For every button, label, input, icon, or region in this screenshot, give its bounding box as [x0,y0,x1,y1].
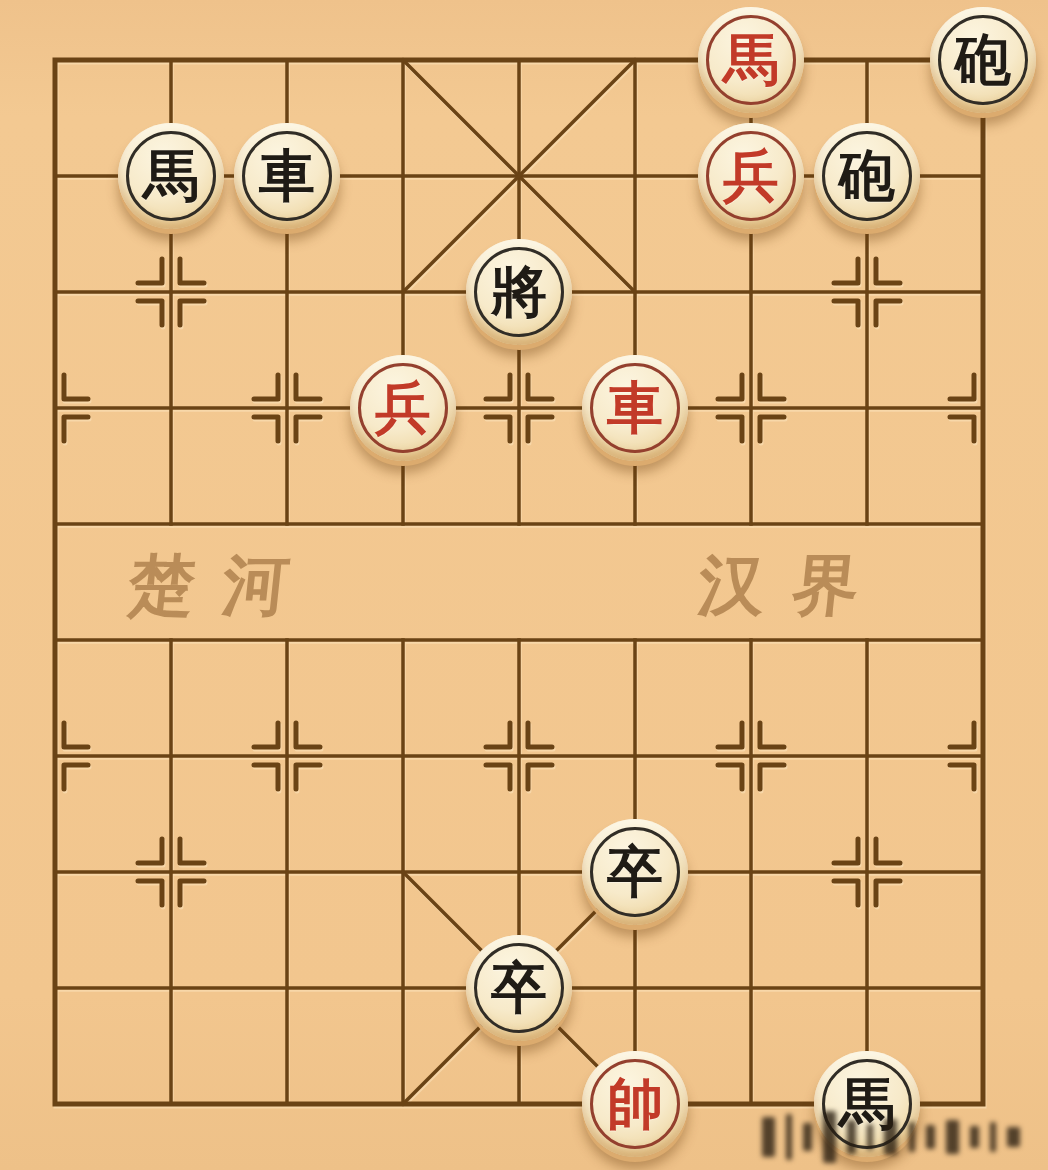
piece-character: 車 [607,380,663,436]
piece-ring: 砲 [822,131,912,221]
piece-black-horse[interactable]: 馬 [118,123,224,229]
piece-ring: 兵 [358,363,448,453]
piece-red-chariot[interactable]: 車 [582,355,688,461]
piece-ring: 卒 [590,827,680,917]
piece-black-chariot[interactable]: 車 [234,123,340,229]
piece-character: 卒 [607,844,663,900]
piece-black-cannon[interactable]: 砲 [930,7,1036,113]
piece-character: 馬 [143,148,199,204]
piece-red-horse[interactable]: 馬 [698,7,804,113]
piece-ring: 砲 [938,15,1028,105]
piece-black-cannon[interactable]: 砲 [814,123,920,229]
pieces-layer: 馬砲馬車兵砲將兵車卒卒帥馬 [0,2,1041,1162]
piece-ring: 馬 [822,1059,912,1149]
piece-ring: 車 [242,131,332,221]
piece-character: 兵 [375,380,431,436]
piece-character: 馬 [723,32,779,88]
piece-red-soldier[interactable]: 兵 [698,123,804,229]
piece-character: 卒 [491,960,547,1016]
piece-black-soldier[interactable]: 卒 [582,819,688,925]
piece-ring: 馬 [126,131,216,221]
piece-black-soldier[interactable]: 卒 [466,935,572,1041]
piece-red-general[interactable]: 帥 [582,1051,688,1157]
piece-character: 砲 [955,32,1011,88]
piece-ring: 馬 [706,15,796,105]
piece-character: 馬 [839,1076,895,1132]
piece-ring: 車 [590,363,680,453]
piece-ring: 帥 [590,1059,680,1149]
piece-character: 將 [491,264,547,320]
piece-ring: 將 [474,247,564,337]
piece-black-general[interactable]: 將 [466,239,572,345]
piece-ring: 卒 [474,943,564,1033]
piece-character: 帥 [607,1076,663,1132]
piece-character: 車 [259,148,315,204]
xiangqi-board: 楚河 汉界 馬砲馬車兵砲將兵車卒卒帥馬 [0,0,1048,1170]
piece-character: 兵 [723,148,779,204]
piece-black-horse[interactable]: 馬 [814,1051,920,1157]
piece-character: 砲 [839,148,895,204]
piece-red-soldier[interactable]: 兵 [350,355,456,461]
piece-ring: 兵 [706,131,796,221]
